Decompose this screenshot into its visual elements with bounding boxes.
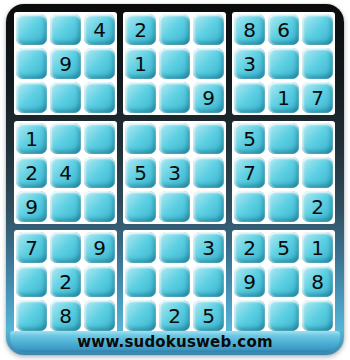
sudoku-cell[interactable] (16, 82, 47, 113)
sudoku-cell[interactable]: 9 (84, 232, 115, 263)
sudoku-cell[interactable] (16, 266, 47, 297)
sudoku-cell[interactable] (193, 14, 224, 45)
sudoku-cell[interactable]: 2 (50, 266, 81, 297)
sudoku-cell[interactable] (50, 232, 81, 263)
sudoku-cell[interactable]: 3 (159, 157, 190, 188)
sudoku-cell[interactable] (50, 82, 81, 113)
sudoku-box: 325 (123, 230, 226, 333)
sudoku-cell[interactable]: 2 (159, 300, 190, 331)
sudoku-cell[interactable] (159, 82, 190, 113)
sudoku-cell[interactable]: 7 (234, 157, 265, 188)
sudoku-cell[interactable]: 5 (125, 157, 156, 188)
sudoku-cell[interactable] (125, 82, 156, 113)
sudoku-cell[interactable] (125, 123, 156, 154)
sudoku-cell[interactable] (125, 300, 156, 331)
sudoku-cell[interactable] (84, 300, 115, 331)
sudoku-cell[interactable] (268, 48, 299, 79)
sudoku-cell[interactable] (234, 300, 265, 331)
sudoku-cell[interactable] (16, 48, 47, 79)
sudoku-cell[interactable] (302, 14, 333, 45)
sudoku-cell[interactable]: 8 (50, 300, 81, 331)
sudoku-cell[interactable] (125, 232, 156, 263)
sudoku-cell[interactable] (268, 157, 299, 188)
sudoku-board: 4921986317124953572792832525198 (14, 12, 335, 333)
sudoku-box: 53 (123, 121, 226, 224)
sudoku-box: 86317 (232, 12, 335, 115)
sudoku-cell[interactable] (84, 266, 115, 297)
sudoku-cell[interactable] (84, 191, 115, 222)
sudoku-cell[interactable] (193, 157, 224, 188)
sudoku-cell[interactable] (16, 300, 47, 331)
sudoku-cell[interactable] (16, 14, 47, 45)
sudoku-cell[interactable]: 9 (16, 191, 47, 222)
sudoku-cell[interactable]: 2 (125, 14, 156, 45)
sudoku-cell[interactable] (50, 14, 81, 45)
sudoku-cell[interactable]: 2 (302, 191, 333, 222)
sudoku-cell[interactable] (125, 266, 156, 297)
sudoku-cell[interactable] (159, 123, 190, 154)
sudoku-cell[interactable]: 5 (193, 300, 224, 331)
sudoku-cell[interactable] (84, 157, 115, 188)
sudoku-box: 1249 (14, 121, 117, 224)
sudoku-cell[interactable]: 7 (16, 232, 47, 263)
sudoku-cell[interactable] (84, 123, 115, 154)
sudoku-cell[interactable] (193, 48, 224, 79)
sudoku-cell[interactable]: 1 (125, 48, 156, 79)
sudoku-cell[interactable]: 4 (50, 157, 81, 188)
sudoku-cell[interactable]: 2 (16, 157, 47, 188)
sudoku-box: 219 (123, 12, 226, 115)
sudoku-cell[interactable] (302, 157, 333, 188)
sudoku-cell[interactable]: 5 (234, 123, 265, 154)
sudoku-cell[interactable] (125, 191, 156, 222)
sudoku-cell[interactable] (193, 123, 224, 154)
sudoku-cell[interactable] (268, 191, 299, 222)
footer-band: www.sudokusweb.com (10, 331, 340, 352)
sudoku-cell[interactable] (234, 82, 265, 113)
sudoku-cell[interactable] (159, 48, 190, 79)
sudoku-cell[interactable] (84, 82, 115, 113)
sudoku-cell[interactable] (159, 191, 190, 222)
sudoku-cell[interactable]: 7 (302, 82, 333, 113)
sudoku-box: 572 (232, 121, 335, 224)
sudoku-cell[interactable] (159, 14, 190, 45)
sudoku-cell[interactable]: 6 (268, 14, 299, 45)
sudoku-box: 25198 (232, 230, 335, 333)
sudoku-cell[interactable] (84, 48, 115, 79)
sudoku-cell[interactable] (302, 123, 333, 154)
sudoku-cell[interactable]: 2 (234, 232, 265, 263)
sudoku-cell[interactable] (159, 266, 190, 297)
sudoku-cell[interactable]: 8 (234, 14, 265, 45)
sudoku-cell[interactable] (268, 266, 299, 297)
sudoku-cell[interactable] (302, 300, 333, 331)
sudoku-cell[interactable]: 9 (50, 48, 81, 79)
sudoku-cell[interactable]: 9 (193, 82, 224, 113)
sudoku-frame: 4921986317124953572792832525198 www.sudo… (6, 4, 344, 355)
sudoku-cell[interactable] (50, 123, 81, 154)
sudoku-cell[interactable] (50, 191, 81, 222)
sudoku-cell[interactable]: 1 (302, 232, 333, 263)
sudoku-cell[interactable] (193, 266, 224, 297)
sudoku-box: 7928 (14, 230, 117, 333)
sudoku-box: 49 (14, 12, 117, 115)
sudoku-cell[interactable] (234, 191, 265, 222)
sudoku-cell[interactable]: 3 (234, 48, 265, 79)
sudoku-cell[interactable] (193, 191, 224, 222)
sudoku-cell[interactable]: 9 (234, 266, 265, 297)
sudoku-cell[interactable]: 1 (268, 82, 299, 113)
sudoku-cell[interactable]: 8 (302, 266, 333, 297)
sudoku-cell[interactable] (268, 300, 299, 331)
sudoku-cell[interactable]: 3 (193, 232, 224, 263)
sudoku-cell[interactable] (159, 232, 190, 263)
sudoku-cell[interactable] (268, 123, 299, 154)
sudoku-cell[interactable]: 1 (16, 123, 47, 154)
sudoku-cell[interactable]: 4 (84, 14, 115, 45)
sudoku-cell[interactable]: 5 (268, 232, 299, 263)
sudoku-cell[interactable] (302, 48, 333, 79)
site-url: www.sudokusweb.com (77, 333, 272, 351)
